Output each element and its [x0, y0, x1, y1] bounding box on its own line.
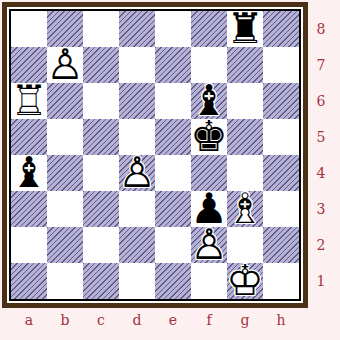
- board-frame: ♜♜♟♙♜♖♝♝♚♚♝♝♟♙♟♟♝♗♟♙♚♔: [2, 2, 308, 308]
- square-a4[interactable]: ♝♝: [11, 155, 47, 191]
- square-a2[interactable]: [11, 227, 47, 263]
- piece-white-pawn[interactable]: ♟♙: [119, 155, 155, 191]
- square-f8[interactable]: [191, 11, 227, 47]
- square-h4[interactable]: [263, 155, 299, 191]
- rank-label-6: 6: [308, 83, 334, 119]
- white-pawn-icon: ♙: [119, 155, 155, 191]
- square-a3[interactable]: [11, 191, 47, 227]
- piece-white-pawn[interactable]: ♟♙: [191, 227, 227, 263]
- white-bishop-icon: ♗: [227, 191, 263, 227]
- square-f2[interactable]: ♟♙: [191, 227, 227, 263]
- square-d1[interactable]: [119, 263, 155, 299]
- square-b2[interactable]: [47, 227, 83, 263]
- square-d7[interactable]: [119, 47, 155, 83]
- square-c6[interactable]: [83, 83, 119, 119]
- chess-board: ♜♜♟♙♜♖♝♝♚♚♝♝♟♙♟♟♝♗♟♙♚♔: [11, 11, 299, 299]
- square-b3[interactable]: [47, 191, 83, 227]
- square-d3[interactable]: [119, 191, 155, 227]
- square-g5[interactable]: [227, 119, 263, 155]
- square-a8[interactable]: [11, 11, 47, 47]
- square-h7[interactable]: [263, 47, 299, 83]
- file-label-h: h: [263, 306, 299, 334]
- white-pawn-icon: ♙: [191, 227, 227, 263]
- square-b4[interactable]: [47, 155, 83, 191]
- piece-black-rook[interactable]: ♜♜: [227, 11, 263, 47]
- square-d8[interactable]: [119, 11, 155, 47]
- square-c3[interactable]: [83, 191, 119, 227]
- file-label-g: g: [227, 306, 263, 334]
- square-b5[interactable]: [47, 119, 83, 155]
- square-e1[interactable]: [155, 263, 191, 299]
- square-e5[interactable]: [155, 119, 191, 155]
- square-c8[interactable]: [83, 11, 119, 47]
- rank-label-7: 7: [308, 47, 334, 83]
- rank-label-3: 3: [308, 191, 334, 227]
- white-pawn-icon: ♙: [47, 47, 83, 83]
- square-g3[interactable]: ♝♗: [227, 191, 263, 227]
- square-g7[interactable]: [227, 47, 263, 83]
- square-e3[interactable]: [155, 191, 191, 227]
- square-a1[interactable]: [11, 263, 47, 299]
- square-d2[interactable]: [119, 227, 155, 263]
- square-d6[interactable]: [119, 83, 155, 119]
- square-g6[interactable]: [227, 83, 263, 119]
- rank-label-1: 1: [308, 263, 334, 299]
- square-b1[interactable]: [47, 263, 83, 299]
- file-labels: abcdefgh: [11, 306, 299, 334]
- file-label-f: f: [191, 306, 227, 334]
- square-c2[interactable]: [83, 227, 119, 263]
- piece-white-rook[interactable]: ♜♖: [11, 83, 47, 119]
- white-rook-icon: ♖: [11, 83, 47, 119]
- square-e4[interactable]: [155, 155, 191, 191]
- square-b7[interactable]: ♟♙: [47, 47, 83, 83]
- square-f1[interactable]: [191, 263, 227, 299]
- piece-white-bishop[interactable]: ♝♗: [227, 191, 263, 227]
- square-e6[interactable]: [155, 83, 191, 119]
- square-d4[interactable]: ♟♙: [119, 155, 155, 191]
- rank-label-8: 8: [308, 11, 334, 47]
- black-rook-icon: ♜: [227, 11, 263, 47]
- black-king-icon: ♚: [191, 119, 227, 155]
- rank-label-4: 4: [308, 155, 334, 191]
- piece-white-pawn[interactable]: ♟♙: [47, 47, 83, 83]
- square-h1[interactable]: [263, 263, 299, 299]
- square-h2[interactable]: [263, 227, 299, 263]
- piece-black-bishop[interactable]: ♝♝: [11, 155, 47, 191]
- square-h8[interactable]: [263, 11, 299, 47]
- square-b6[interactable]: [47, 83, 83, 119]
- white-king-icon: ♔: [227, 263, 263, 299]
- square-c5[interactable]: [83, 119, 119, 155]
- rank-label-2: 2: [308, 227, 334, 263]
- piece-black-king[interactable]: ♚♚: [191, 119, 227, 155]
- frame-inner-white-line: ♜♜♟♙♜♖♝♝♚♚♝♝♟♙♟♟♝♗♟♙♚♔: [7, 7, 303, 303]
- square-h3[interactable]: [263, 191, 299, 227]
- square-g1[interactable]: ♚♔: [227, 263, 263, 299]
- file-label-b: b: [47, 306, 83, 334]
- square-c1[interactable]: [83, 263, 119, 299]
- square-f5[interactable]: ♚♚: [191, 119, 227, 155]
- black-bishop-icon: ♝: [11, 155, 47, 191]
- square-e8[interactable]: [155, 11, 191, 47]
- chess-diagram: ♜♜♟♙♜♖♝♝♚♚♝♝♟♙♟♟♝♗♟♙♚♔ abcdefgh 87654321: [0, 0, 340, 340]
- file-label-c: c: [83, 306, 119, 334]
- frame-inner-black-line: ♜♜♟♙♜♖♝♝♚♚♝♝♟♙♟♟♝♗♟♙♚♔: [9, 9, 301, 301]
- square-c7[interactable]: [83, 47, 119, 83]
- file-label-d: d: [119, 306, 155, 334]
- square-a6[interactable]: ♜♖: [11, 83, 47, 119]
- square-e2[interactable]: [155, 227, 191, 263]
- file-label-e: e: [155, 306, 191, 334]
- square-e7[interactable]: [155, 47, 191, 83]
- square-h5[interactable]: [263, 119, 299, 155]
- file-label-a: a: [11, 306, 47, 334]
- rank-label-5: 5: [308, 119, 334, 155]
- rank-labels: 87654321: [308, 11, 334, 299]
- square-h6[interactable]: [263, 83, 299, 119]
- square-c4[interactable]: [83, 155, 119, 191]
- square-g8[interactable]: ♜♜: [227, 11, 263, 47]
- piece-white-king[interactable]: ♚♔: [227, 263, 263, 299]
